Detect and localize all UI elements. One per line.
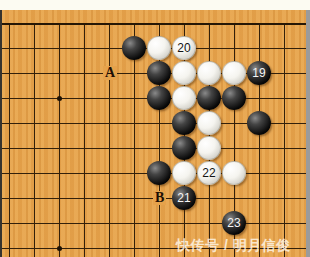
stone-white-H18 <box>147 36 171 60</box>
stone-black-G18 <box>122 36 146 60</box>
stone-black-H16 <box>147 86 171 110</box>
stone-white-K15 <box>197 111 221 135</box>
grid-line-vertical <box>284 23 285 257</box>
screenshot-root: 2019222123AB 快传号 / 明月信俊 <box>0 0 310 257</box>
page-background-strip <box>0 0 310 10</box>
stone-black-M17: 19 <box>247 61 271 85</box>
grid-line-horizontal <box>0 148 306 149</box>
stone-black-L16 <box>222 86 246 110</box>
stone-black-J15 <box>172 111 196 135</box>
image-left-border <box>0 10 2 257</box>
watermark-text: 快传号 / 明月信俊 <box>176 237 291 255</box>
grid-line-horizontal <box>0 223 306 224</box>
grid-line-vertical <box>59 23 60 257</box>
stone-white-J18: 20 <box>172 36 196 60</box>
stone-black-H13 <box>147 161 171 185</box>
stone-white-L17 <box>222 61 246 85</box>
grid-line-vertical <box>259 23 260 257</box>
point-label-B: B <box>153 191 166 205</box>
stone-black-L11: 23 <box>222 211 246 235</box>
stone-black-M15 <box>247 111 271 135</box>
stone-black-J14 <box>172 136 196 160</box>
board-top-edge-line <box>0 23 306 25</box>
stone-black-K16 <box>197 86 221 110</box>
go-board: 2019222123AB <box>0 10 310 257</box>
point-label-A: A <box>103 66 117 80</box>
stone-white-K13: 22 <box>197 161 221 185</box>
stone-white-J17 <box>172 61 196 85</box>
grid-line-vertical <box>34 23 35 257</box>
star-point-D16 <box>57 96 62 101</box>
star-point-D10 <box>57 246 62 251</box>
stone-white-K17 <box>197 61 221 85</box>
stone-black-J12: 21 <box>172 186 196 210</box>
stone-white-L13 <box>222 161 246 185</box>
grid-line-vertical <box>9 23 10 257</box>
stone-black-H17 <box>147 61 171 85</box>
grid-line-vertical <box>84 23 85 257</box>
stone-white-K14 <box>197 136 221 160</box>
stone-white-J13 <box>172 161 196 185</box>
grid-line-vertical <box>109 23 110 257</box>
stone-white-J16 <box>172 86 196 110</box>
image-right-border <box>306 10 310 257</box>
